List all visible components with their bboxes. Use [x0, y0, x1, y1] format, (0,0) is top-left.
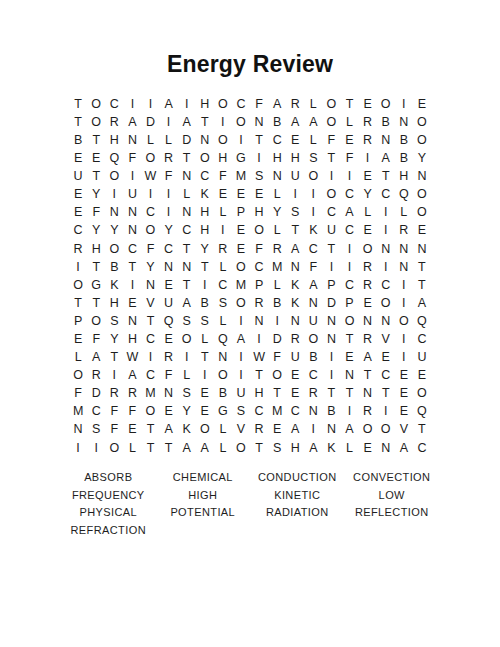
grid-cell[interactable]: C: [105, 95, 123, 113]
grid-cell[interactable]: T: [69, 113, 87, 131]
grid-cell[interactable]: T: [377, 167, 395, 185]
grid-cell[interactable]: B: [268, 294, 286, 312]
grid-cell[interactable]: T: [250, 131, 268, 149]
grid-cell[interactable]: F: [304, 258, 322, 276]
grid-cell[interactable]: L: [214, 204, 232, 222]
grid-cell[interactable]: E: [123, 421, 141, 439]
grid-cell[interactable]: C: [141, 366, 159, 384]
grid-cell[interactable]: L: [214, 312, 232, 330]
grid-cell[interactable]: N: [377, 439, 395, 457]
grid-cell[interactable]: R: [214, 240, 232, 258]
grid-cell[interactable]: N: [178, 204, 196, 222]
grid-cell[interactable]: R: [268, 240, 286, 258]
grid-cell[interactable]: T: [105, 348, 123, 366]
grid-cell[interactable]: I: [322, 167, 340, 185]
grid-cell[interactable]: E: [340, 131, 358, 149]
grid-cell[interactable]: R: [69, 240, 87, 258]
grid-cell[interactable]: A: [196, 439, 214, 457]
grid-cell[interactable]: T: [141, 439, 159, 457]
grid-cell[interactable]: I: [322, 348, 340, 366]
grid-cell[interactable]: O: [232, 258, 250, 276]
grid-cell[interactable]: O: [141, 222, 159, 240]
grid-cell[interactable]: T: [340, 95, 358, 113]
grid-cell[interactable]: G: [214, 403, 232, 421]
grid-cell[interactable]: T: [340, 330, 358, 348]
grid-cell[interactable]: C: [141, 330, 159, 348]
grid-cell[interactable]: N: [286, 258, 304, 276]
grid-cell[interactable]: L: [69, 348, 87, 366]
grid-cell[interactable]: Y: [141, 258, 159, 276]
grid-cell[interactable]: E: [286, 366, 304, 384]
grid-cell[interactable]: C: [250, 258, 268, 276]
grid-cell[interactable]: A: [340, 204, 358, 222]
grid-cell[interactable]: I: [69, 439, 87, 457]
grid-cell[interactable]: O: [232, 439, 250, 457]
grid-cell[interactable]: C: [286, 403, 304, 421]
grid-cell[interactable]: B: [196, 294, 214, 312]
grid-cell[interactable]: O: [413, 385, 431, 403]
grid-cell[interactable]: I: [141, 185, 159, 203]
grid-cell[interactable]: O: [69, 366, 87, 384]
grid-cell[interactable]: F: [123, 149, 141, 167]
grid-cell[interactable]: T: [196, 113, 214, 131]
grid-cell[interactable]: F: [214, 167, 232, 185]
grid-cell[interactable]: F: [160, 167, 178, 185]
grid-cell[interactable]: A: [304, 276, 322, 294]
grid-cell[interactable]: A: [377, 149, 395, 167]
grid-cell[interactable]: A: [87, 348, 105, 366]
grid-cell[interactable]: I: [250, 330, 268, 348]
grid-cell[interactable]: F: [105, 403, 123, 421]
grid-cell[interactable]: H: [286, 149, 304, 167]
grid-cell[interactable]: I: [268, 312, 286, 330]
grid-cell[interactable]: A: [268, 95, 286, 113]
grid-cell[interactable]: R: [359, 330, 377, 348]
grid-cell[interactable]: H: [286, 439, 304, 457]
grid-cell[interactable]: C: [340, 222, 358, 240]
grid-cell[interactable]: Y: [268, 204, 286, 222]
grid-cell[interactable]: Y: [160, 222, 178, 240]
grid-cell[interactable]: N: [395, 113, 413, 131]
grid-cell[interactable]: O: [87, 95, 105, 113]
grid-cell[interactable]: T: [340, 385, 358, 403]
grid-cell[interactable]: L: [214, 258, 232, 276]
grid-cell[interactable]: R: [359, 113, 377, 131]
grid-cell[interactable]: P: [250, 276, 268, 294]
grid-cell[interactable]: O: [413, 204, 431, 222]
grid-cell[interactable]: F: [69, 385, 87, 403]
grid-cell[interactable]: Q: [160, 312, 178, 330]
grid-cell[interactable]: F: [123, 403, 141, 421]
grid-cell[interactable]: R: [395, 222, 413, 240]
grid-cell[interactable]: E: [250, 185, 268, 203]
grid-cell[interactable]: I: [178, 95, 196, 113]
grid-cell[interactable]: T: [322, 385, 340, 403]
grid-cell[interactable]: D: [268, 330, 286, 348]
grid-cell[interactable]: L: [178, 366, 196, 384]
grid-cell[interactable]: Q: [413, 403, 431, 421]
grid-cell[interactable]: O: [377, 95, 395, 113]
grid-cell[interactable]: O: [322, 95, 340, 113]
grid-cell[interactable]: B: [304, 348, 322, 366]
grid-cell[interactable]: I: [395, 294, 413, 312]
grid-cell[interactable]: N: [377, 312, 395, 330]
grid-cell[interactable]: L: [268, 185, 286, 203]
grid-cell[interactable]: P: [322, 276, 340, 294]
grid-cell[interactable]: M: [232, 167, 250, 185]
grid-cell[interactable]: F: [87, 204, 105, 222]
grid-cell[interactable]: I: [322, 366, 340, 384]
grid-cell[interactable]: O: [141, 149, 159, 167]
grid-cell[interactable]: S: [250, 167, 268, 185]
grid-cell[interactable]: D: [87, 385, 105, 403]
grid-cell[interactable]: B: [214, 385, 232, 403]
grid-cell[interactable]: O: [304, 330, 322, 348]
grid-cell[interactable]: A: [232, 330, 250, 348]
grid-cell[interactable]: N: [160, 385, 178, 403]
grid-cell[interactable]: T: [87, 294, 105, 312]
grid-cell[interactable]: T: [69, 95, 87, 113]
grid-cell[interactable]: L: [196, 330, 214, 348]
grid-cell[interactable]: E: [160, 403, 178, 421]
grid-cell[interactable]: I: [160, 204, 178, 222]
grid-cell[interactable]: C: [340, 185, 358, 203]
grid-cell[interactable]: O: [413, 185, 431, 203]
grid-cell[interactable]: Q: [214, 330, 232, 348]
grid-cell[interactable]: K: [322, 439, 340, 457]
grid-cell[interactable]: O: [214, 366, 232, 384]
grid-cell[interactable]: T: [250, 439, 268, 457]
grid-cell[interactable]: S: [304, 149, 322, 167]
grid-cell[interactable]: N: [359, 385, 377, 403]
grid-cell[interactable]: R: [105, 385, 123, 403]
grid-cell[interactable]: A: [160, 421, 178, 439]
grid-cell[interactable]: M: [232, 276, 250, 294]
grid-cell[interactable]: E: [268, 421, 286, 439]
grid-cell[interactable]: C: [87, 403, 105, 421]
grid-cell[interactable]: T: [87, 131, 105, 149]
grid-cell[interactable]: L: [268, 276, 286, 294]
grid-cell[interactable]: A: [178, 113, 196, 131]
grid-cell[interactable]: I: [395, 330, 413, 348]
grid-cell[interactable]: C: [377, 366, 395, 384]
grid-cell[interactable]: N: [377, 131, 395, 149]
grid-cell[interactable]: Y: [359, 185, 377, 203]
grid-cell[interactable]: U: [286, 167, 304, 185]
grid-cell[interactable]: Y: [105, 330, 123, 348]
grid-cell[interactable]: F: [250, 95, 268, 113]
grid-cell[interactable]: E: [214, 185, 232, 203]
grid-cell[interactable]: N: [322, 330, 340, 348]
grid-cell[interactable]: C: [160, 240, 178, 258]
grid-cell[interactable]: D: [178, 131, 196, 149]
grid-cell[interactable]: T: [322, 240, 340, 258]
grid-cell[interactable]: O: [105, 240, 123, 258]
grid-cell[interactable]: R: [359, 276, 377, 294]
grid-cell[interactable]: N: [413, 240, 431, 258]
grid-cell[interactable]: N: [196, 131, 214, 149]
grid-cell[interactable]: A: [304, 113, 322, 131]
grid-cell[interactable]: A: [359, 348, 377, 366]
grid-cell[interactable]: K: [178, 421, 196, 439]
grid-cell[interactable]: H: [105, 131, 123, 149]
grid-cell[interactable]: H: [87, 240, 105, 258]
grid-cell[interactable]: S: [196, 312, 214, 330]
grid-cell[interactable]: T: [178, 240, 196, 258]
grid-cell[interactable]: E: [232, 185, 250, 203]
grid-cell[interactable]: I: [304, 204, 322, 222]
grid-cell[interactable]: O: [250, 222, 268, 240]
grid-cell[interactable]: T: [87, 258, 105, 276]
grid-cell[interactable]: R: [359, 403, 377, 421]
grid-cell[interactable]: N: [359, 312, 377, 330]
grid-cell[interactable]: L: [141, 131, 159, 149]
grid-cell[interactable]: O: [87, 312, 105, 330]
grid-cell[interactable]: G: [87, 276, 105, 294]
grid-cell[interactable]: P: [69, 312, 87, 330]
grid-cell[interactable]: E: [160, 276, 178, 294]
grid-cell[interactable]: O: [395, 312, 413, 330]
grid-cell[interactable]: K: [304, 222, 322, 240]
grid-cell[interactable]: C: [178, 222, 196, 240]
grid-cell[interactable]: U: [232, 385, 250, 403]
grid-cell[interactable]: B: [268, 113, 286, 131]
grid-cell[interactable]: O: [214, 95, 232, 113]
grid-cell[interactable]: E: [69, 330, 87, 348]
grid-cell[interactable]: T: [123, 258, 141, 276]
grid-cell[interactable]: T: [413, 276, 431, 294]
grid-cell[interactable]: O: [304, 167, 322, 185]
grid-cell[interactable]: O: [178, 330, 196, 348]
grid-cell[interactable]: C: [141, 204, 159, 222]
grid-cell[interactable]: Y: [178, 403, 196, 421]
grid-cell[interactable]: E: [196, 385, 214, 403]
grid-cell[interactable]: Y: [413, 149, 431, 167]
grid-cell[interactable]: I: [160, 113, 178, 131]
grid-cell[interactable]: N: [123, 312, 141, 330]
grid-cell[interactable]: E: [69, 204, 87, 222]
grid-cell[interactable]: F: [250, 240, 268, 258]
grid-cell[interactable]: A: [413, 294, 431, 312]
grid-cell[interactable]: O: [377, 421, 395, 439]
grid-cell[interactable]: T: [160, 439, 178, 457]
grid-cell[interactable]: W: [141, 167, 159, 185]
grid-cell[interactable]: A: [178, 294, 196, 312]
grid-cell[interactable]: N: [250, 113, 268, 131]
grid-cell[interactable]: E: [359, 95, 377, 113]
grid-cell[interactable]: I: [359, 149, 377, 167]
grid-cell[interactable]: O: [359, 240, 377, 258]
grid-cell[interactable]: E: [413, 366, 431, 384]
grid-cell[interactable]: F: [160, 366, 178, 384]
grid-cell[interactable]: T: [377, 385, 395, 403]
grid-cell[interactable]: V: [232, 421, 250, 439]
grid-cell[interactable]: A: [160, 95, 178, 113]
grid-cell[interactable]: C: [214, 276, 232, 294]
grid-cell[interactable]: K: [286, 294, 304, 312]
grid-cell[interactable]: R: [123, 385, 141, 403]
grid-cell[interactable]: I: [214, 113, 232, 131]
grid-cell[interactable]: R: [286, 95, 304, 113]
grid-cell[interactable]: E: [286, 385, 304, 403]
grid-cell[interactable]: I: [123, 276, 141, 294]
grid-cell[interactable]: N: [322, 421, 340, 439]
grid-cell[interactable]: C: [232, 95, 250, 113]
grid-cell[interactable]: C: [304, 366, 322, 384]
grid-cell[interactable]: H: [123, 330, 141, 348]
grid-cell[interactable]: I: [250, 149, 268, 167]
grid-cell[interactable]: F: [268, 348, 286, 366]
grid-cell[interactable]: N: [377, 240, 395, 258]
grid-cell[interactable]: F: [105, 421, 123, 439]
grid-cell[interactable]: I: [322, 258, 340, 276]
grid-cell[interactable]: U: [304, 312, 322, 330]
grid-cell[interactable]: L: [304, 95, 322, 113]
grid-cell[interactable]: T: [178, 149, 196, 167]
grid-cell[interactable]: I: [377, 222, 395, 240]
grid-cell[interactable]: C: [196, 167, 214, 185]
grid-cell[interactable]: A: [178, 439, 196, 457]
grid-cell[interactable]: Y: [87, 222, 105, 240]
grid-cell[interactable]: N: [395, 258, 413, 276]
grid-cell[interactable]: N: [304, 294, 322, 312]
grid-cell[interactable]: I: [196, 276, 214, 294]
grid-cell[interactable]: T: [268, 385, 286, 403]
grid-cell[interactable]: I: [196, 366, 214, 384]
grid-cell[interactable]: T: [196, 348, 214, 366]
grid-cell[interactable]: V: [395, 421, 413, 439]
grid-cell[interactable]: E: [160, 330, 178, 348]
grid-cell[interactable]: U: [160, 294, 178, 312]
grid-cell[interactable]: C: [340, 276, 358, 294]
grid-cell[interactable]: O: [413, 131, 431, 149]
grid-cell[interactable]: Q: [395, 185, 413, 203]
grid-cell[interactable]: L: [160, 131, 178, 149]
grid-cell[interactable]: I: [304, 421, 322, 439]
grid-cell[interactable]: P: [340, 294, 358, 312]
grid-cell[interactable]: U: [123, 185, 141, 203]
grid-cell[interactable]: O: [214, 131, 232, 149]
grid-cell[interactable]: O: [268, 366, 286, 384]
grid-cell[interactable]: L: [214, 439, 232, 457]
grid-cell[interactable]: I: [395, 95, 413, 113]
grid-cell[interactable]: W: [250, 348, 268, 366]
grid-cell[interactable]: I: [377, 258, 395, 276]
grid-cell[interactable]: H: [214, 149, 232, 167]
grid-cell[interactable]: F: [322, 131, 340, 149]
grid-cell[interactable]: S: [232, 403, 250, 421]
grid-cell[interactable]: H: [250, 204, 268, 222]
grid-cell[interactable]: U: [413, 348, 431, 366]
grid-cell[interactable]: O: [87, 113, 105, 131]
grid-cell[interactable]: N: [268, 167, 286, 185]
grid-cell[interactable]: H: [196, 204, 214, 222]
grid-cell[interactable]: Y: [105, 222, 123, 240]
grid-cell[interactable]: N: [178, 167, 196, 185]
grid-cell[interactable]: K: [286, 276, 304, 294]
grid-cell[interactable]: O: [232, 113, 250, 131]
grid-cell[interactable]: E: [196, 403, 214, 421]
grid-cell[interactable]: I: [340, 403, 358, 421]
grid-cell[interactable]: I: [214, 222, 232, 240]
grid-cell[interactable]: N: [286, 312, 304, 330]
grid-cell[interactable]: O: [105, 439, 123, 457]
grid-cell[interactable]: N: [413, 167, 431, 185]
grid-cell[interactable]: T: [141, 421, 159, 439]
grid-cell[interactable]: E: [359, 222, 377, 240]
grid-cell[interactable]: R: [359, 258, 377, 276]
grid-cell[interactable]: I: [141, 348, 159, 366]
grid-cell[interactable]: U: [69, 167, 87, 185]
grid-cell[interactable]: E: [395, 366, 413, 384]
grid-cell[interactable]: D: [322, 294, 340, 312]
grid-cell[interactable]: L: [123, 439, 141, 457]
grid-cell[interactable]: R: [160, 149, 178, 167]
grid-cell[interactable]: U: [322, 222, 340, 240]
grid-cell[interactable]: E: [286, 131, 304, 149]
grid-cell[interactable]: I: [123, 95, 141, 113]
grid-cell[interactable]: T: [196, 258, 214, 276]
grid-cell[interactable]: N: [178, 258, 196, 276]
grid-cell[interactable]: Y: [87, 185, 105, 203]
grid-cell[interactable]: I: [232, 366, 250, 384]
grid-cell[interactable]: F: [141, 240, 159, 258]
grid-cell[interactable]: H: [196, 222, 214, 240]
grid-cell[interactable]: O: [377, 294, 395, 312]
grid-cell[interactable]: C: [250, 403, 268, 421]
grid-cell[interactable]: S: [105, 312, 123, 330]
grid-cell[interactable]: I: [232, 348, 250, 366]
grid-cell[interactable]: R: [87, 366, 105, 384]
grid-cell[interactable]: A: [123, 366, 141, 384]
grid-cell[interactable]: E: [377, 348, 395, 366]
grid-cell[interactable]: I: [141, 95, 159, 113]
grid-cell[interactable]: O: [322, 113, 340, 131]
grid-cell[interactable]: R: [286, 330, 304, 348]
grid-cell[interactable]: L: [340, 439, 358, 457]
grid-cell[interactable]: O: [232, 294, 250, 312]
grid-cell[interactable]: S: [178, 385, 196, 403]
grid-cell[interactable]: O: [141, 403, 159, 421]
grid-cell[interactable]: A: [395, 439, 413, 457]
grid-cell[interactable]: E: [232, 240, 250, 258]
grid-cell[interactable]: N: [105, 204, 123, 222]
grid-cell[interactable]: N: [395, 240, 413, 258]
grid-cell[interactable]: N: [160, 258, 178, 276]
grid-cell[interactable]: T: [178, 276, 196, 294]
grid-cell[interactable]: E: [232, 222, 250, 240]
grid-cell[interactable]: I: [395, 276, 413, 294]
grid-cell[interactable]: H: [395, 167, 413, 185]
grid-cell[interactable]: I: [340, 167, 358, 185]
grid-cell[interactable]: O: [359, 421, 377, 439]
grid-cell[interactable]: U: [286, 348, 304, 366]
grid-cell[interactable]: I: [340, 258, 358, 276]
grid-cell[interactable]: Y: [196, 240, 214, 258]
grid-cell[interactable]: H: [250, 385, 268, 403]
grid-cell[interactable]: F: [87, 330, 105, 348]
grid-cell[interactable]: B: [377, 113, 395, 131]
grid-cell[interactable]: N: [141, 276, 159, 294]
grid-cell[interactable]: T: [286, 222, 304, 240]
grid-cell[interactable]: C: [304, 240, 322, 258]
grid-cell[interactable]: I: [286, 185, 304, 203]
grid-cell[interactable]: B: [105, 258, 123, 276]
grid-cell[interactable]: N: [250, 312, 268, 330]
grid-cell[interactable]: E: [123, 294, 141, 312]
grid-cell[interactable]: R: [250, 294, 268, 312]
grid-cell[interactable]: L: [340, 113, 358, 131]
